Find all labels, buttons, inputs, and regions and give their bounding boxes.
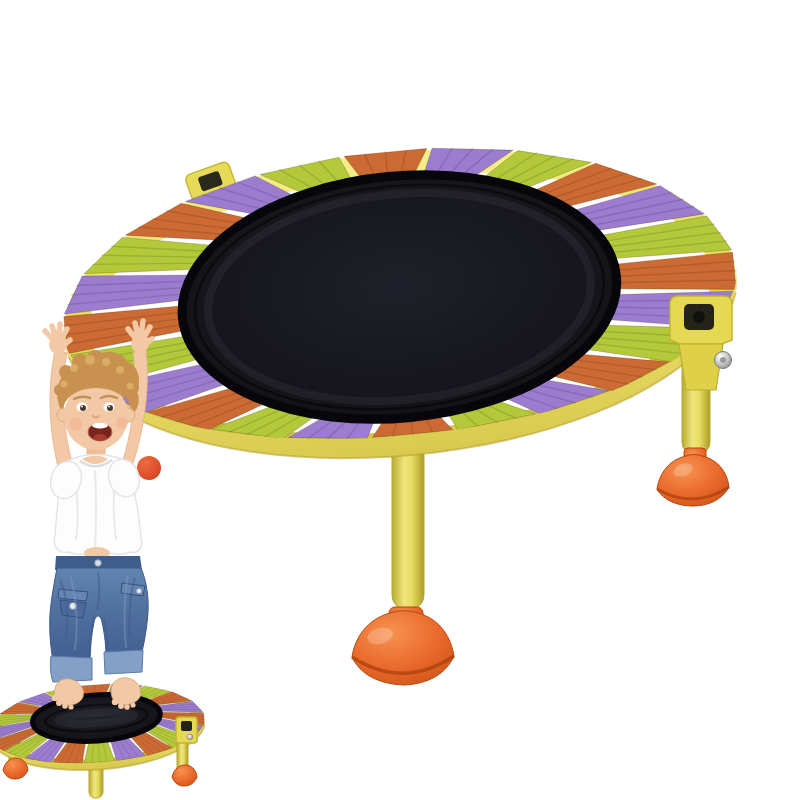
pocket-button-right bbox=[136, 588, 141, 593]
jeans-left-cuff bbox=[50, 656, 92, 682]
orange-ball bbox=[137, 456, 161, 480]
jeans-right-cuff bbox=[104, 650, 143, 674]
child-open-mouth bbox=[88, 423, 112, 442]
scene-svg bbox=[0, 0, 800, 800]
jeans-button bbox=[95, 560, 101, 566]
child-left-palm bbox=[49, 336, 67, 354]
small-clamp-bolt bbox=[187, 734, 193, 740]
child-right-palm bbox=[131, 335, 149, 353]
front-leg bbox=[392, 440, 424, 610]
small-clamp-hole bbox=[181, 721, 192, 731]
trampoline-back-legs bbox=[352, 440, 454, 685]
small-left-foot bbox=[3, 758, 28, 779]
clamp-socket-shadow bbox=[693, 311, 705, 323]
small-right-foot bbox=[172, 765, 197, 786]
product-photo: Product photo: a colorful kids mini tram… bbox=[0, 0, 800, 800]
clamp-bolt-center bbox=[720, 357, 726, 363]
right-clamp-bracket bbox=[679, 344, 723, 390]
large-trampoline bbox=[48, 113, 752, 487]
jumping-child bbox=[45, 321, 152, 710]
